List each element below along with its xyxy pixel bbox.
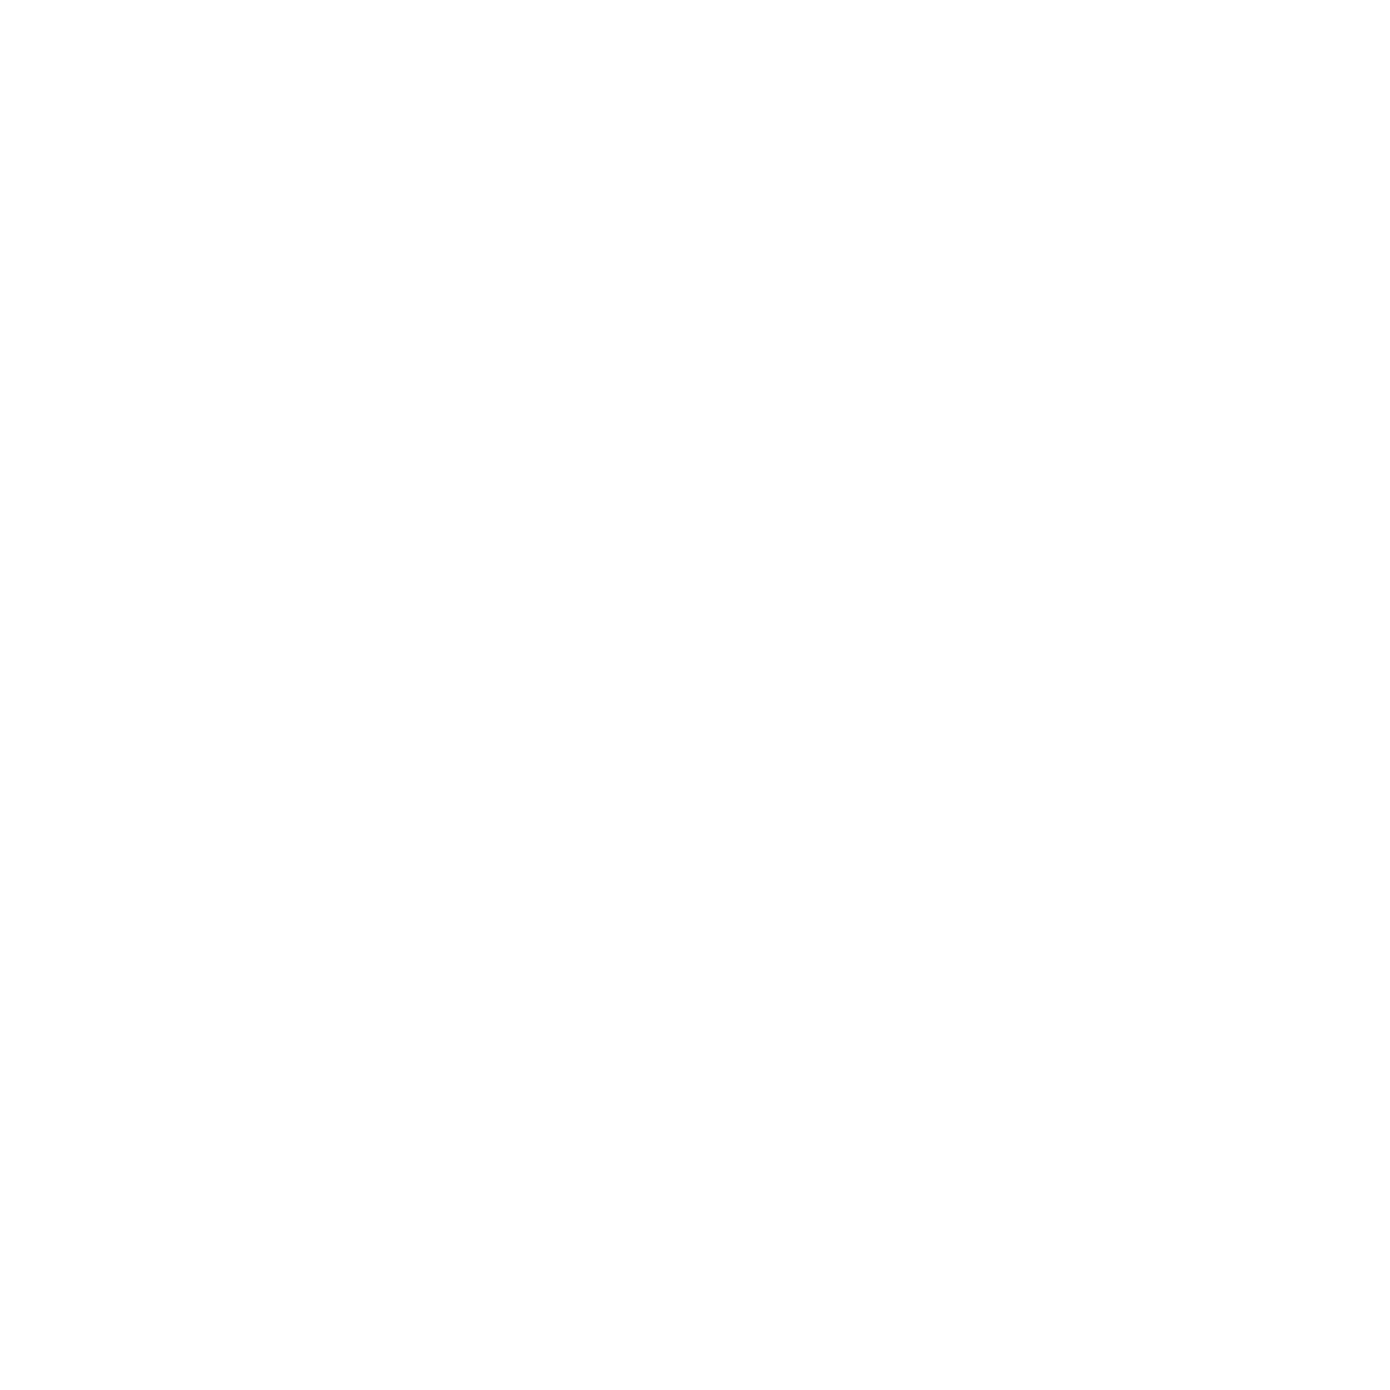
photo-stage (0, 0, 1390, 1390)
